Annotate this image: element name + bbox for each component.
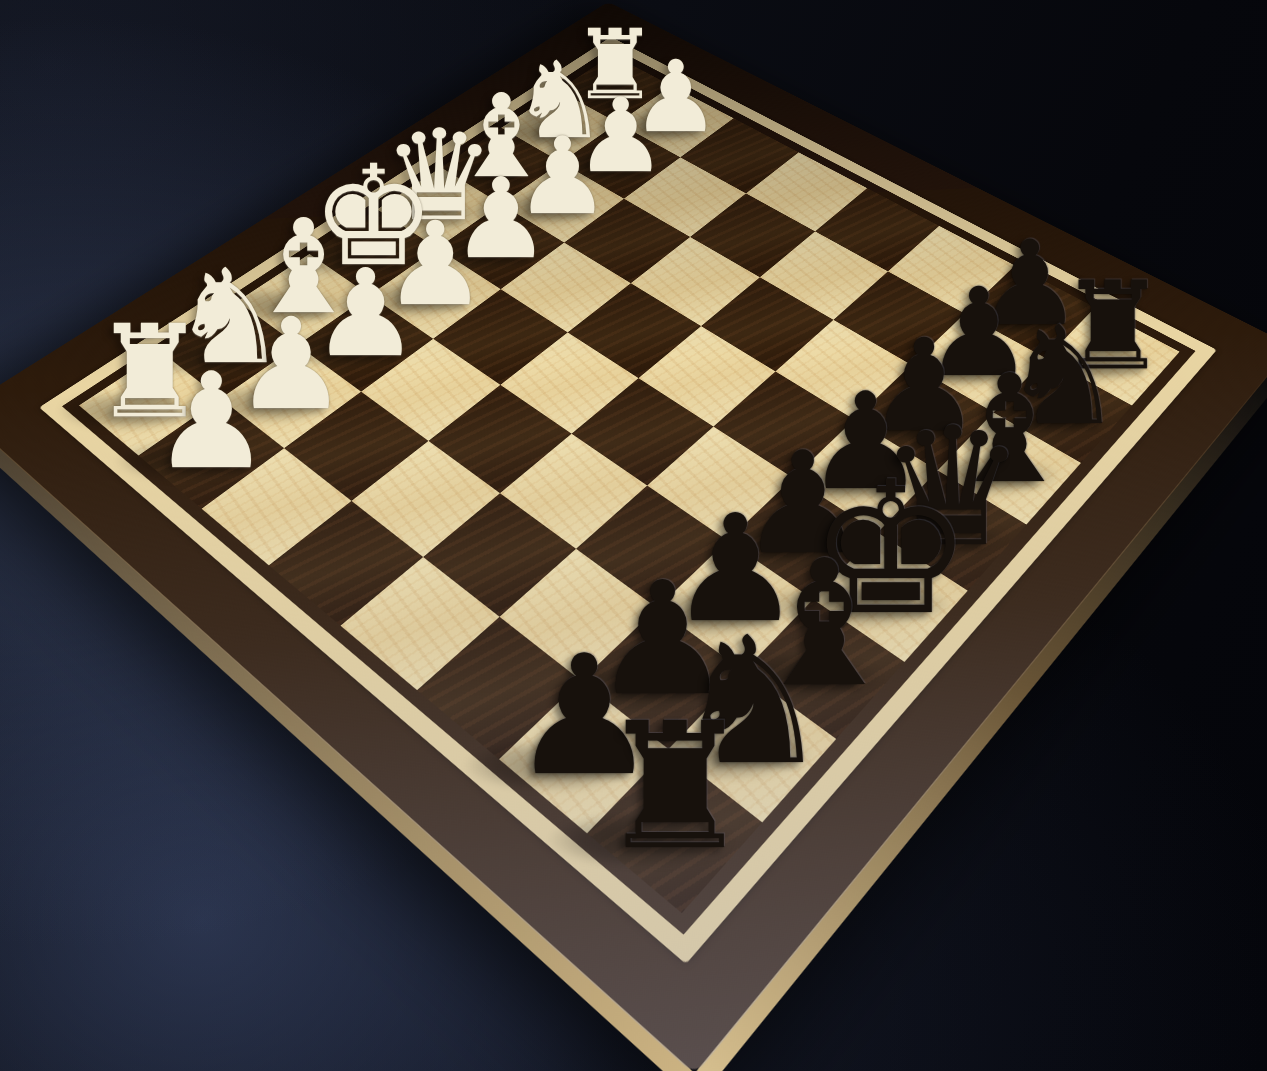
board-squares-grid [79, 55, 1180, 913]
chess-board [0, 2, 1267, 1071]
studio-backdrop: ♜♟♞♟♝♟♛♟♚♟♝♟♟♞♜♟♟♜♞♟♟♝♟♛♟♚♟♝♟♞♟♜ [0, 0, 1267, 1071]
